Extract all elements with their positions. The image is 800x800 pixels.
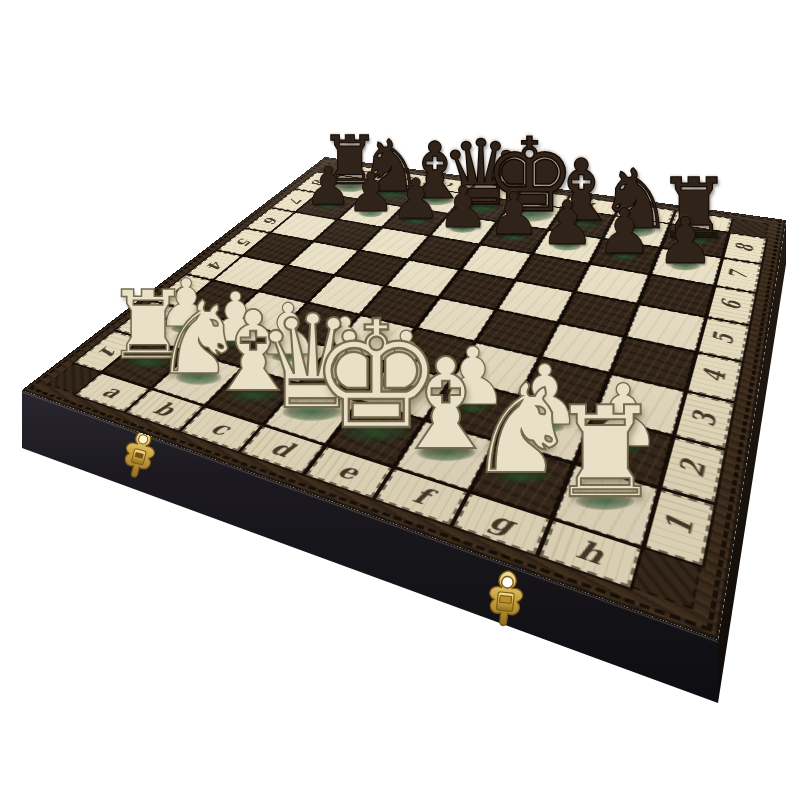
stage: abcdefgh abcdefgh 87654321 87654321 ♜♞♝♟… — [0, 0, 800, 800]
